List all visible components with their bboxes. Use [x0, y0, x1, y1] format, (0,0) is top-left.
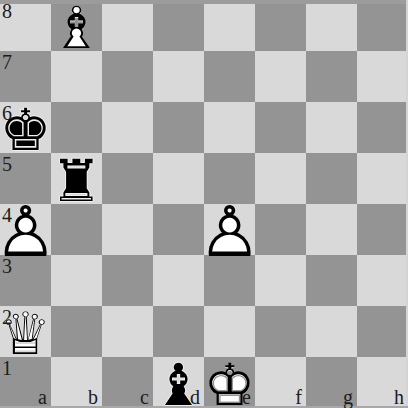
square-g3[interactable] [306, 255, 357, 306]
square-c1[interactable] [102, 357, 153, 408]
square-e2[interactable] [204, 306, 255, 357]
square-b3[interactable] [51, 255, 102, 306]
piece-white-king-e1[interactable]: ♚♔ [204, 359, 255, 408]
square-c6[interactable] [102, 102, 153, 153]
square-c8[interactable] [102, 0, 153, 51]
square-e7[interactable] [204, 51, 255, 102]
square-d7[interactable] [153, 51, 204, 102]
black-bishop-icon: ♝ [153, 359, 204, 408]
square-f5[interactable] [255, 153, 306, 204]
square-c7[interactable] [102, 51, 153, 102]
square-g6[interactable] [306, 102, 357, 153]
black-king-icon: ♚ [0, 104, 51, 155]
square-c4[interactable] [102, 204, 153, 255]
square-d2[interactable] [153, 306, 204, 357]
square-h8[interactable] [357, 0, 408, 51]
white-pawn-icon: ♙ [0, 206, 51, 257]
white-king-icon: ♔ [204, 359, 255, 408]
square-g2[interactable] [306, 306, 357, 357]
square-g7[interactable] [306, 51, 357, 102]
square-h7[interactable] [357, 51, 408, 102]
square-f3[interactable] [255, 255, 306, 306]
piece-white-bishop-b8[interactable]: ♝♗ [51, 2, 102, 53]
square-d8[interactable] [153, 0, 204, 51]
piece-white-pawn-e4[interactable]: ♟♙ [204, 206, 255, 257]
square-e6[interactable] [204, 102, 255, 153]
square-d6[interactable] [153, 102, 204, 153]
white-pawn-icon: ♙ [204, 206, 255, 257]
square-f1[interactable] [255, 357, 306, 408]
square-h5[interactable] [357, 153, 408, 204]
chessboard: 87654321abcdefgh♝♗♚♜♟♙♟♙♛♕♝♚♔ [0, 0, 408, 408]
square-g4[interactable] [306, 204, 357, 255]
square-a8[interactable] [0, 0, 51, 51]
piece-white-pawn-a4[interactable]: ♟♙ [0, 206, 51, 257]
square-c5[interactable] [102, 153, 153, 204]
piece-black-bishop-d1[interactable]: ♝ [153, 359, 204, 408]
square-g1[interactable] [306, 357, 357, 408]
square-h2[interactable] [357, 306, 408, 357]
square-d3[interactable] [153, 255, 204, 306]
square-h4[interactable] [357, 204, 408, 255]
square-h3[interactable] [357, 255, 408, 306]
piece-white-queen-a2[interactable]: ♛♕ [0, 308, 51, 359]
square-a7[interactable] [0, 51, 51, 102]
square-f6[interactable] [255, 102, 306, 153]
square-b2[interactable] [51, 306, 102, 357]
square-e8[interactable] [204, 0, 255, 51]
square-c3[interactable] [102, 255, 153, 306]
square-f7[interactable] [255, 51, 306, 102]
piece-black-king-a6[interactable]: ♚ [0, 104, 51, 155]
square-g5[interactable] [306, 153, 357, 204]
square-f8[interactable] [255, 0, 306, 51]
white-bishop-icon: ♗ [51, 2, 102, 53]
white-queen-icon: ♕ [0, 308, 51, 359]
square-d5[interactable] [153, 153, 204, 204]
square-g8[interactable] [306, 0, 357, 51]
black-rook-icon: ♜ [51, 155, 102, 206]
square-b1[interactable] [51, 357, 102, 408]
square-d4[interactable] [153, 204, 204, 255]
square-h6[interactable] [357, 102, 408, 153]
square-c2[interactable] [102, 306, 153, 357]
piece-black-rook-b5[interactable]: ♜ [51, 155, 102, 206]
square-f4[interactable] [255, 204, 306, 255]
square-f2[interactable] [255, 306, 306, 357]
square-b6[interactable] [51, 102, 102, 153]
square-h1[interactable] [357, 357, 408, 408]
